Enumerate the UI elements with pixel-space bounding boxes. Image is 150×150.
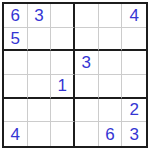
sudoku-cell-r4c4[interactable] <box>75 75 99 99</box>
sudoku-cell-r6c3[interactable] <box>51 122 75 146</box>
sudoku-cell-r3c2[interactable] <box>28 51 52 75</box>
sudoku-cell-r3c1[interactable] <box>4 51 28 75</box>
sudoku-cell-r5c5[interactable] <box>99 99 123 123</box>
sudoku-cell-r4c6[interactable] <box>122 75 146 99</box>
sudoku-cell-r6c1: 4 <box>4 122 28 146</box>
sudoku-cell-r5c6: 2 <box>122 99 146 123</box>
sudoku-cell-r2c5[interactable] <box>99 28 123 52</box>
sudoku-cell-r2c3[interactable] <box>51 28 75 52</box>
sudoku-cell-r4c2[interactable] <box>28 75 52 99</box>
sudoku-cell-r1c4[interactable] <box>75 4 99 28</box>
sudoku-cell-r5c2[interactable] <box>28 99 52 123</box>
sudoku-cell-r4c5[interactable] <box>99 75 123 99</box>
sudoku-cell-r4c1[interactable] <box>4 75 28 99</box>
sudoku-cell-r3c5[interactable] <box>99 51 123 75</box>
sudoku-cell-r5c3[interactable] <box>51 99 75 123</box>
sudoku-cell-r5c4[interactable] <box>75 99 99 123</box>
sudoku-cell-r6c4[interactable] <box>75 122 99 146</box>
sudoku-cell-r3c4: 3 <box>75 51 99 75</box>
sudoku-cell-r5c1[interactable] <box>4 99 28 123</box>
sudoku-cell-r2c2[interactable] <box>28 28 52 52</box>
sudoku-cell-r1c2: 3 <box>28 4 52 28</box>
sudoku-cell-r3c6[interactable] <box>122 51 146 75</box>
sudoku-cell-r1c5[interactable] <box>99 4 123 28</box>
sudoku-cell-r1c1: 6 <box>4 4 28 28</box>
sudoku-cell-r6c2[interactable] <box>28 122 52 146</box>
sudoku-cell-r2c1: 5 <box>4 28 28 52</box>
sudoku-cell-r3c3[interactable] <box>51 51 75 75</box>
sudoku-board: 6345312463 <box>2 2 148 148</box>
sudoku-cell-r6c6: 3 <box>122 122 146 146</box>
sudoku-cell-r1c6: 4 <box>122 4 146 28</box>
sudoku-cell-r1c3[interactable] <box>51 4 75 28</box>
sudoku-cell-r6c5: 6 <box>99 122 123 146</box>
sudoku-cell-r2c6[interactable] <box>122 28 146 52</box>
sudoku-cell-r4c3: 1 <box>51 75 75 99</box>
sudoku-cell-r2c4[interactable] <box>75 28 99 52</box>
